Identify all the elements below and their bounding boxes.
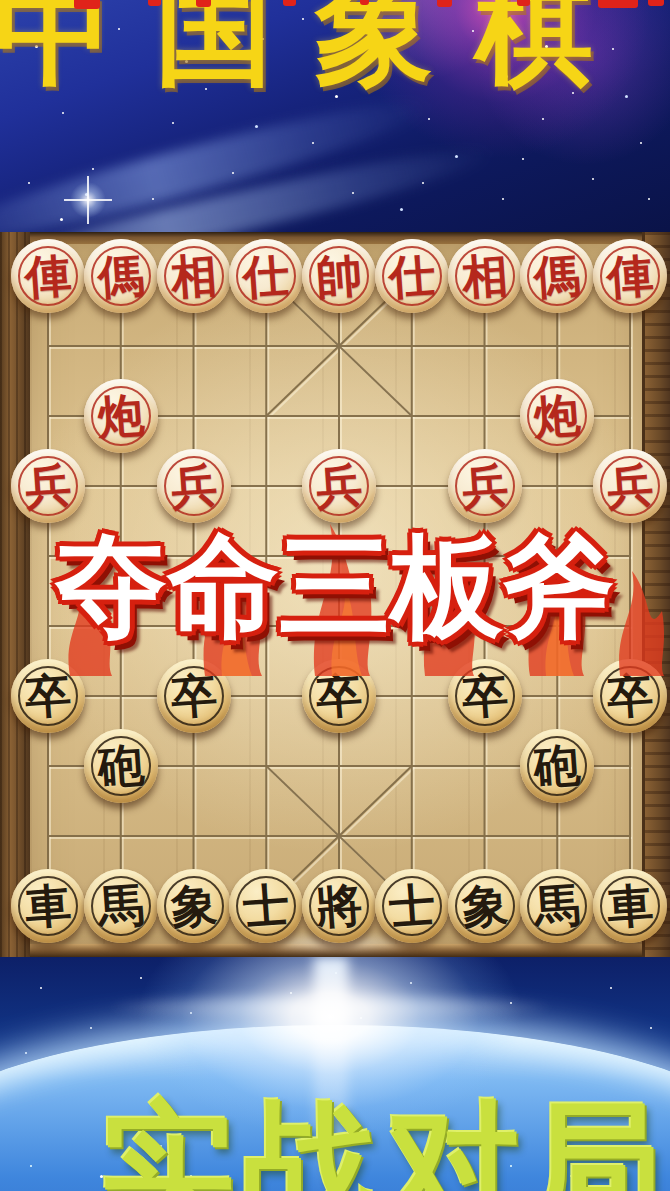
red-accent xyxy=(74,0,100,9)
piece-character: 兵 xyxy=(314,461,363,510)
piece-character: 兵 xyxy=(605,461,654,510)
piece-character: 相 xyxy=(169,251,218,300)
piece-character: 卒 xyxy=(23,671,72,720)
piece-character: 相 xyxy=(460,251,509,300)
piece-black-車-f8r9[interactable]: 車 xyxy=(593,869,667,943)
piece-character: 卒 xyxy=(460,671,509,720)
top-banner: 中国象棋 xyxy=(0,0,670,232)
piece-character: 士 xyxy=(387,881,436,930)
red-accent xyxy=(148,0,161,6)
piece-red-兵-f8r3[interactable]: 兵 xyxy=(593,449,667,523)
piece-black-士-f3r9[interactable]: 士 xyxy=(229,869,303,943)
piece-red-炮-f7r2[interactable]: 炮 xyxy=(520,379,594,453)
star-field xyxy=(0,957,2,959)
piece-red-俥-f0r0[interactable]: 俥 xyxy=(11,239,85,313)
overlay-caption: 夺命三板斧 xyxy=(0,528,670,646)
piece-character: 士 xyxy=(242,881,291,930)
piece-character: 傌 xyxy=(96,251,145,300)
piece-black-象-f2r9[interactable]: 象 xyxy=(157,869,231,943)
red-accent xyxy=(437,0,452,7)
piece-character: 俥 xyxy=(605,251,654,300)
piece-red-俥-f8r0[interactable]: 俥 xyxy=(593,239,667,313)
piece-black-馬-f7r9[interactable]: 馬 xyxy=(520,869,594,943)
piece-black-卒-f0r6[interactable]: 卒 xyxy=(11,659,85,733)
piece-red-仕-f5r0[interactable]: 仕 xyxy=(375,239,449,313)
piece-black-士-f5r9[interactable]: 士 xyxy=(375,869,449,943)
piece-black-砲-f1r7[interactable]: 砲 xyxy=(84,729,158,803)
piece-character: 馬 xyxy=(96,881,145,930)
piece-character: 砲 xyxy=(96,741,145,790)
piece-character: 帥 xyxy=(314,251,363,300)
red-accent xyxy=(360,0,369,5)
piece-red-炮-f1r2[interactable]: 炮 xyxy=(84,379,158,453)
piece-character: 卒 xyxy=(169,671,218,720)
piece-character: 卒 xyxy=(605,671,654,720)
piece-character: 兵 xyxy=(460,461,509,510)
piece-character: 象 xyxy=(169,881,218,930)
piece-black-砲-f7r7[interactable]: 砲 xyxy=(520,729,594,803)
piece-black-卒-f8r6[interactable]: 卒 xyxy=(593,659,667,733)
red-accent xyxy=(196,0,211,7)
piece-character: 象 xyxy=(460,881,509,930)
red-accent xyxy=(648,0,664,6)
piece-character: 仕 xyxy=(387,251,436,300)
piece-red-兵-f6r3[interactable]: 兵 xyxy=(448,449,522,523)
piece-character: 兵 xyxy=(23,461,72,510)
piece-red-相-f2r0[interactable]: 相 xyxy=(157,239,231,313)
piece-character: 卒 xyxy=(314,671,363,720)
bottom-banner: 实战对局 xyxy=(0,957,670,1191)
red-accent xyxy=(598,0,638,8)
red-accent xyxy=(517,0,530,6)
piece-character: 俥 xyxy=(23,251,72,300)
piece-character: 將 xyxy=(314,881,363,930)
piece-black-馬-f1r9[interactable]: 馬 xyxy=(84,869,158,943)
piece-black-車-f0r9[interactable]: 車 xyxy=(11,869,85,943)
red-accent xyxy=(283,0,296,6)
piece-black-象-f6r9[interactable]: 象 xyxy=(448,869,522,943)
piece-red-兵-f4r3[interactable]: 兵 xyxy=(302,449,376,523)
piece-character: 砲 xyxy=(533,741,582,790)
piece-character: 炮 xyxy=(96,391,145,440)
piece-red-兵-f2r3[interactable]: 兵 xyxy=(157,449,231,523)
screenshot-root: 中国象棋 俥傌相仕帥仕相傌俥炮炮兵兵兵兵兵卒卒卒卒卒砲砲車馬象士將士象馬車 xyxy=(0,0,670,1191)
piece-character: 馬 xyxy=(533,881,582,930)
piece-red-兵-f0r3[interactable]: 兵 xyxy=(11,449,85,523)
piece-character: 兵 xyxy=(169,461,218,510)
piece-red-傌-f7r0[interactable]: 傌 xyxy=(520,239,594,313)
piece-black-卒-f2r6[interactable]: 卒 xyxy=(157,659,231,733)
app-title: 中国象棋 xyxy=(0,0,650,94)
piece-black-將-f4r9[interactable]: 將 xyxy=(302,869,376,943)
piece-black-卒-f4r6[interactable]: 卒 xyxy=(302,659,376,733)
footer-title: 实战对局 xyxy=(100,1097,668,1191)
piece-red-相-f6r0[interactable]: 相 xyxy=(448,239,522,313)
horizon-glow xyxy=(30,985,630,1029)
piece-red-帥-f4r0[interactable]: 帥 xyxy=(302,239,376,313)
piece-character: 車 xyxy=(23,881,72,930)
piece-character: 炮 xyxy=(533,391,582,440)
star-sparkle xyxy=(70,182,106,218)
piece-character: 車 xyxy=(605,881,654,930)
piece-character: 傌 xyxy=(533,251,582,300)
piece-black-卒-f6r6[interactable]: 卒 xyxy=(448,659,522,733)
piece-red-仕-f3r0[interactable]: 仕 xyxy=(229,239,303,313)
piece-red-傌-f1r0[interactable]: 傌 xyxy=(84,239,158,313)
piece-character: 仕 xyxy=(242,251,291,300)
